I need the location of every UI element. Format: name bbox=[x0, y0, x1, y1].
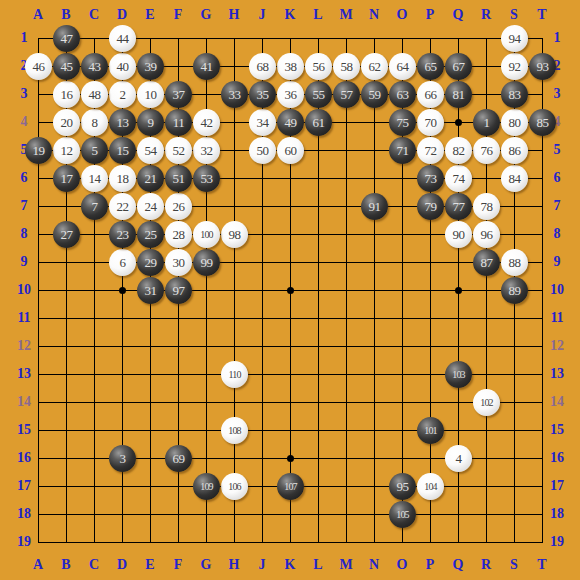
move-number: 55 bbox=[313, 88, 325, 101]
stone-white-24-E7: 24 bbox=[137, 193, 164, 220]
stone-white-64-O2: 64 bbox=[389, 53, 416, 80]
move-number: 45 bbox=[61, 60, 73, 73]
move-number: 69 bbox=[173, 452, 185, 465]
row-label-left-14: 14 bbox=[12, 395, 36, 409]
stone-white-96-R8: 96 bbox=[473, 221, 500, 248]
move-number: 58 bbox=[341, 60, 353, 73]
col-label-top-E: E bbox=[140, 8, 160, 22]
move-number: 74 bbox=[453, 172, 465, 185]
stone-white-92-S2: 92 bbox=[501, 53, 528, 80]
move-number: 103 bbox=[452, 370, 465, 380]
stone-white-28-F8: 28 bbox=[165, 221, 192, 248]
move-number: 16 bbox=[61, 88, 73, 101]
move-number: 18 bbox=[117, 172, 129, 185]
row-label-left-11: 11 bbox=[12, 311, 36, 325]
col-label-top-F: F bbox=[168, 8, 188, 22]
stone-white-42-G4: 42 bbox=[193, 109, 220, 136]
stone-black-33-H3: 33 bbox=[221, 81, 248, 108]
col-label-top-G: G bbox=[196, 8, 216, 22]
stone-white-30-F9: 30 bbox=[165, 249, 192, 276]
move-number: 19 bbox=[33, 144, 45, 157]
move-number: 77 bbox=[453, 200, 465, 213]
move-number: 61 bbox=[313, 116, 325, 129]
stone-white-76-R5: 76 bbox=[473, 137, 500, 164]
move-number: 81 bbox=[453, 88, 465, 101]
move-number: 7 bbox=[92, 200, 98, 213]
move-number: 70 bbox=[425, 116, 437, 129]
stone-black-5-C5: 5 bbox=[81, 137, 108, 164]
stone-black-73-P6: 73 bbox=[417, 165, 444, 192]
stone-white-72-P5: 72 bbox=[417, 137, 444, 164]
move-number: 24 bbox=[145, 200, 157, 213]
move-number: 59 bbox=[369, 88, 381, 101]
move-number: 31 bbox=[145, 284, 157, 297]
move-number: 108 bbox=[228, 426, 241, 436]
stone-white-84-S6: 84 bbox=[501, 165, 528, 192]
stone-black-97-F10: 97 bbox=[165, 277, 192, 304]
move-number: 43 bbox=[89, 60, 101, 73]
stone-black-65-P2: 65 bbox=[417, 53, 444, 80]
col-label-bottom-T: T bbox=[532, 558, 552, 572]
stone-white-104-P17: 104 bbox=[417, 473, 444, 500]
row-label-left-1: 1 bbox=[12, 31, 36, 45]
stone-black-87-R9: 87 bbox=[473, 249, 500, 276]
move-number: 68 bbox=[257, 60, 269, 73]
col-label-top-B: B bbox=[56, 8, 76, 22]
row-label-right-3: 3 bbox=[545, 87, 569, 101]
move-number: 99 bbox=[201, 256, 213, 269]
stone-black-21-E6: 21 bbox=[137, 165, 164, 192]
move-number: 105 bbox=[396, 510, 409, 520]
stone-black-45-B2: 45 bbox=[53, 53, 80, 80]
stone-black-79-P7: 79 bbox=[417, 193, 444, 220]
stone-white-8-C4: 8 bbox=[81, 109, 108, 136]
move-number: 38 bbox=[285, 60, 297, 73]
star-point bbox=[455, 287, 462, 294]
row-label-right-5: 5 bbox=[545, 143, 569, 157]
move-number: 102 bbox=[480, 398, 493, 408]
move-number: 29 bbox=[145, 256, 157, 269]
move-number: 54 bbox=[145, 144, 157, 157]
stone-black-101-P15: 101 bbox=[417, 417, 444, 444]
stone-black-75-O4: 75 bbox=[389, 109, 416, 136]
stone-black-27-B8: 27 bbox=[53, 221, 80, 248]
move-number: 44 bbox=[117, 32, 129, 45]
stone-white-78-R7: 78 bbox=[473, 193, 500, 220]
move-number: 78 bbox=[481, 200, 493, 213]
stone-white-108-H15: 108 bbox=[221, 417, 248, 444]
stone-white-100-G8: 100 bbox=[193, 221, 220, 248]
col-label-top-M: M bbox=[336, 8, 356, 22]
col-label-top-T: T bbox=[532, 8, 552, 22]
col-label-bottom-O: O bbox=[392, 558, 412, 572]
move-number: 76 bbox=[481, 144, 493, 157]
move-number: 86 bbox=[509, 144, 521, 157]
stone-white-22-D7: 22 bbox=[109, 193, 136, 220]
stone-black-57-M3: 57 bbox=[333, 81, 360, 108]
col-label-bottom-G: G bbox=[196, 558, 216, 572]
stone-white-60-K5: 60 bbox=[277, 137, 304, 164]
move-number: 30 bbox=[173, 256, 185, 269]
stone-white-98-H8: 98 bbox=[221, 221, 248, 248]
col-label-bottom-M: M bbox=[336, 558, 356, 572]
row-label-right-1: 1 bbox=[545, 31, 569, 45]
col-label-bottom-K: K bbox=[280, 558, 300, 572]
stone-black-7-C7: 7 bbox=[81, 193, 108, 220]
stone-black-17-B6: 17 bbox=[53, 165, 80, 192]
row-label-right-11: 11 bbox=[545, 311, 569, 325]
move-number: 50 bbox=[257, 144, 269, 157]
move-number: 35 bbox=[257, 88, 269, 101]
stone-white-2-D3: 2 bbox=[109, 81, 136, 108]
row-label-right-6: 6 bbox=[545, 171, 569, 185]
stone-white-62-N2: 62 bbox=[361, 53, 388, 80]
move-number: 34 bbox=[257, 116, 269, 129]
col-label-top-O: O bbox=[392, 8, 412, 22]
stone-black-9-E4: 9 bbox=[137, 109, 164, 136]
move-number: 72 bbox=[425, 144, 437, 157]
move-number: 26 bbox=[173, 200, 185, 213]
row-label-left-13: 13 bbox=[12, 367, 36, 381]
stone-black-107-K17: 107 bbox=[277, 473, 304, 500]
col-label-top-R: R bbox=[476, 8, 496, 22]
move-number: 13 bbox=[117, 116, 129, 129]
stone-black-67-Q2: 67 bbox=[445, 53, 472, 80]
col-label-bottom-H: H bbox=[224, 558, 244, 572]
move-number: 65 bbox=[425, 60, 437, 73]
stone-white-38-K2: 38 bbox=[277, 53, 304, 80]
move-number: 87 bbox=[481, 256, 493, 269]
move-number: 1 bbox=[484, 116, 490, 129]
move-number: 21 bbox=[145, 172, 157, 185]
move-number: 73 bbox=[425, 172, 437, 185]
move-number: 67 bbox=[453, 60, 465, 73]
stone-black-11-F4: 11 bbox=[165, 109, 192, 136]
row-label-left-10: 10 bbox=[12, 283, 36, 297]
stone-white-110-H13: 110 bbox=[221, 361, 248, 388]
row-label-right-7: 7 bbox=[545, 199, 569, 213]
stone-white-4-Q16: 4 bbox=[445, 445, 472, 472]
stone-white-20-B4: 20 bbox=[53, 109, 80, 136]
go-board-diagram: AABBCCDDEEFFGGHHJJKKLLMMNNOOPPQQRRSSTT11… bbox=[0, 0, 580, 580]
row-label-left-17: 17 bbox=[12, 479, 36, 493]
move-number: 28 bbox=[173, 228, 185, 241]
col-label-top-C: C bbox=[84, 8, 104, 22]
col-label-bottom-S: S bbox=[504, 558, 524, 572]
stone-white-44-D1: 44 bbox=[109, 25, 136, 52]
move-number: 64 bbox=[397, 60, 409, 73]
col-label-bottom-Q: Q bbox=[448, 558, 468, 572]
row-label-right-16: 16 bbox=[545, 451, 569, 465]
move-number: 9 bbox=[148, 116, 154, 129]
stone-black-19-A5: 19 bbox=[25, 137, 52, 164]
move-number: 104 bbox=[424, 482, 437, 492]
move-number: 80 bbox=[509, 116, 521, 129]
stone-black-3-D16: 3 bbox=[109, 445, 136, 472]
col-label-bottom-R: R bbox=[476, 558, 496, 572]
move-number: 107 bbox=[284, 482, 297, 492]
col-label-bottom-A: A bbox=[28, 558, 48, 572]
move-number: 96 bbox=[481, 228, 493, 241]
stone-white-14-C6: 14 bbox=[81, 165, 108, 192]
move-number: 36 bbox=[285, 88, 297, 101]
move-number: 22 bbox=[117, 200, 129, 213]
move-number: 66 bbox=[425, 88, 437, 101]
col-label-top-N: N bbox=[364, 8, 384, 22]
star-point bbox=[287, 455, 294, 462]
stone-black-105-O18: 105 bbox=[389, 501, 416, 528]
stone-black-43-C2: 43 bbox=[81, 53, 108, 80]
move-number: 75 bbox=[397, 116, 409, 129]
stone-black-35-J3: 35 bbox=[249, 81, 276, 108]
move-number: 49 bbox=[285, 116, 297, 129]
stone-white-86-S5: 86 bbox=[501, 137, 528, 164]
move-number: 85 bbox=[537, 116, 549, 129]
col-label-bottom-C: C bbox=[84, 558, 104, 572]
col-label-bottom-F: F bbox=[168, 558, 188, 572]
stone-white-80-S4: 80 bbox=[501, 109, 528, 136]
move-number: 12 bbox=[61, 144, 73, 157]
stone-black-29-E9: 29 bbox=[137, 249, 164, 276]
move-number: 71 bbox=[397, 144, 409, 157]
stone-black-31-E10: 31 bbox=[137, 277, 164, 304]
move-number: 11 bbox=[173, 116, 185, 129]
stone-black-37-F3: 37 bbox=[165, 81, 192, 108]
move-number: 94 bbox=[509, 32, 521, 45]
col-label-bottom-N: N bbox=[364, 558, 384, 572]
move-number: 62 bbox=[369, 60, 381, 73]
stone-black-47-B1: 47 bbox=[53, 25, 80, 52]
move-number: 14 bbox=[89, 172, 101, 185]
row-label-right-12: 12 bbox=[545, 339, 569, 353]
stone-white-6-D9: 6 bbox=[109, 249, 136, 276]
row-label-right-13: 13 bbox=[545, 367, 569, 381]
move-number: 53 bbox=[201, 172, 213, 185]
stone-black-41-G2: 41 bbox=[193, 53, 220, 80]
move-number: 42 bbox=[201, 116, 213, 129]
move-number: 52 bbox=[173, 144, 185, 157]
stone-black-61-L4: 61 bbox=[305, 109, 332, 136]
col-label-bottom-J: J bbox=[252, 558, 272, 572]
stone-black-39-E2: 39 bbox=[137, 53, 164, 80]
move-number: 33 bbox=[229, 88, 241, 101]
move-number: 23 bbox=[117, 228, 129, 241]
move-number: 95 bbox=[397, 480, 409, 493]
stone-black-91-N7: 91 bbox=[361, 193, 388, 220]
move-number: 93 bbox=[537, 60, 549, 73]
stone-white-56-L2: 56 bbox=[305, 53, 332, 80]
row-label-right-17: 17 bbox=[545, 479, 569, 493]
row-label-left-6: 6 bbox=[12, 171, 36, 185]
col-label-top-J: J bbox=[252, 8, 272, 22]
move-number: 17 bbox=[61, 172, 73, 185]
stone-white-70-P4: 70 bbox=[417, 109, 444, 136]
move-number: 2 bbox=[120, 88, 126, 101]
col-label-top-H: H bbox=[224, 8, 244, 22]
col-label-bottom-B: B bbox=[56, 558, 76, 572]
stone-black-99-G9: 99 bbox=[193, 249, 220, 276]
move-number: 91 bbox=[369, 200, 381, 213]
row-label-right-18: 18 bbox=[545, 507, 569, 521]
move-number: 56 bbox=[313, 60, 325, 73]
stone-black-103-Q13: 103 bbox=[445, 361, 472, 388]
move-number: 15 bbox=[117, 144, 129, 157]
row-label-left-7: 7 bbox=[12, 199, 36, 213]
move-number: 89 bbox=[509, 284, 521, 297]
col-label-top-A: A bbox=[28, 8, 48, 22]
stone-black-77-Q7: 77 bbox=[445, 193, 472, 220]
stone-white-88-S9: 88 bbox=[501, 249, 528, 276]
stone-black-59-N3: 59 bbox=[361, 81, 388, 108]
stone-black-25-E8: 25 bbox=[137, 221, 164, 248]
stone-black-89-S10: 89 bbox=[501, 277, 528, 304]
move-number: 82 bbox=[453, 144, 465, 157]
stone-black-63-O3: 63 bbox=[389, 81, 416, 108]
stone-white-94-S1: 94 bbox=[501, 25, 528, 52]
row-label-right-9: 9 bbox=[545, 255, 569, 269]
col-label-bottom-E: E bbox=[140, 558, 160, 572]
move-number: 4 bbox=[456, 452, 462, 465]
stone-white-68-J2: 68 bbox=[249, 53, 276, 80]
move-number: 83 bbox=[509, 88, 521, 101]
row-label-left-15: 15 bbox=[12, 423, 36, 437]
stone-white-106-H17: 106 bbox=[221, 473, 248, 500]
stone-white-74-Q6: 74 bbox=[445, 165, 472, 192]
stone-black-23-D8: 23 bbox=[109, 221, 136, 248]
stone-black-55-L3: 55 bbox=[305, 81, 332, 108]
row-label-left-3: 3 bbox=[12, 87, 36, 101]
stone-white-102-R14: 102 bbox=[473, 389, 500, 416]
row-label-right-15: 15 bbox=[545, 423, 569, 437]
row-label-left-9: 9 bbox=[12, 255, 36, 269]
move-number: 48 bbox=[89, 88, 101, 101]
move-number: 63 bbox=[397, 88, 409, 101]
move-number: 46 bbox=[33, 60, 45, 73]
move-number: 8 bbox=[92, 116, 98, 129]
move-number: 41 bbox=[201, 60, 213, 73]
stone-white-48-C3: 48 bbox=[81, 81, 108, 108]
move-number: 100 bbox=[200, 230, 213, 240]
col-label-bottom-P: P bbox=[420, 558, 440, 572]
move-number: 10 bbox=[145, 88, 157, 101]
stone-black-71-O5: 71 bbox=[389, 137, 416, 164]
stone-black-51-F6: 51 bbox=[165, 165, 192, 192]
move-number: 60 bbox=[285, 144, 297, 157]
move-number: 39 bbox=[145, 60, 157, 73]
move-number: 110 bbox=[228, 370, 240, 380]
move-number: 97 bbox=[173, 284, 185, 297]
stone-black-109-G17: 109 bbox=[193, 473, 220, 500]
stone-white-26-F7: 26 bbox=[165, 193, 192, 220]
stone-white-12-B5: 12 bbox=[53, 137, 80, 164]
stone-white-40-D2: 40 bbox=[109, 53, 136, 80]
move-number: 27 bbox=[61, 228, 73, 241]
star-point bbox=[287, 287, 294, 294]
stone-white-50-J5: 50 bbox=[249, 137, 276, 164]
stone-black-83-S3: 83 bbox=[501, 81, 528, 108]
move-number: 3 bbox=[120, 452, 126, 465]
move-number: 37 bbox=[173, 88, 185, 101]
move-number: 6 bbox=[120, 256, 126, 269]
row-label-right-10: 10 bbox=[545, 283, 569, 297]
stone-black-85-T4: 85 bbox=[529, 109, 556, 136]
stone-white-16-B3: 16 bbox=[53, 81, 80, 108]
stone-black-81-Q3: 81 bbox=[445, 81, 472, 108]
col-label-top-D: D bbox=[112, 8, 132, 22]
col-label-top-Q: Q bbox=[448, 8, 468, 22]
row-label-right-19: 19 bbox=[545, 535, 569, 549]
move-number: 109 bbox=[200, 482, 213, 492]
row-label-left-16: 16 bbox=[12, 451, 36, 465]
move-number: 25 bbox=[145, 228, 157, 241]
col-label-bottom-D: D bbox=[112, 558, 132, 572]
row-label-left-12: 12 bbox=[12, 339, 36, 353]
stone-white-46-A2: 46 bbox=[25, 53, 52, 80]
col-label-top-K: K bbox=[280, 8, 300, 22]
stone-white-36-K3: 36 bbox=[277, 81, 304, 108]
stone-black-49-K4: 49 bbox=[277, 109, 304, 136]
move-number: 51 bbox=[173, 172, 185, 185]
row-label-left-19: 19 bbox=[12, 535, 36, 549]
move-number: 47 bbox=[61, 32, 73, 45]
col-label-top-L: L bbox=[308, 8, 328, 22]
stone-white-90-Q8: 90 bbox=[445, 221, 472, 248]
stone-white-66-P3: 66 bbox=[417, 81, 444, 108]
stone-white-54-E5: 54 bbox=[137, 137, 164, 164]
stone-black-69-F16: 69 bbox=[165, 445, 192, 472]
row-label-left-18: 18 bbox=[12, 507, 36, 521]
move-number: 84 bbox=[509, 172, 521, 185]
move-number: 92 bbox=[509, 60, 521, 73]
col-label-top-S: S bbox=[504, 8, 524, 22]
move-number: 90 bbox=[453, 228, 465, 241]
move-number: 106 bbox=[228, 482, 241, 492]
go-board[interactable]: AABBCCDDEEFFGGHHJJKKLLMMNNOOPPQQRRSSTT11… bbox=[0, 0, 580, 580]
move-number: 5 bbox=[92, 144, 98, 157]
star-point bbox=[455, 119, 462, 126]
stone-white-10-E3: 10 bbox=[137, 81, 164, 108]
stone-black-1-R4: 1 bbox=[473, 109, 500, 136]
stone-black-53-G6: 53 bbox=[193, 165, 220, 192]
row-label-right-14: 14 bbox=[545, 395, 569, 409]
col-label-top-P: P bbox=[420, 8, 440, 22]
row-label-left-8: 8 bbox=[12, 227, 36, 241]
move-number: 101 bbox=[424, 426, 437, 436]
stone-black-93-T2: 93 bbox=[529, 53, 556, 80]
stone-white-82-Q5: 82 bbox=[445, 137, 472, 164]
stone-white-52-F5: 52 bbox=[165, 137, 192, 164]
stone-white-32-G5: 32 bbox=[193, 137, 220, 164]
stone-black-15-D5: 15 bbox=[109, 137, 136, 164]
move-number: 79 bbox=[425, 200, 437, 213]
star-point bbox=[119, 287, 126, 294]
move-number: 40 bbox=[117, 60, 129, 73]
move-number: 98 bbox=[229, 228, 241, 241]
stone-white-34-J4: 34 bbox=[249, 109, 276, 136]
stone-black-95-O17: 95 bbox=[389, 473, 416, 500]
stone-black-13-D4: 13 bbox=[109, 109, 136, 136]
row-label-left-4: 4 bbox=[12, 115, 36, 129]
move-number: 88 bbox=[509, 256, 521, 269]
stone-white-58-M2: 58 bbox=[333, 53, 360, 80]
row-label-right-8: 8 bbox=[545, 227, 569, 241]
move-number: 32 bbox=[201, 144, 213, 157]
col-label-bottom-L: L bbox=[308, 558, 328, 572]
move-number: 57 bbox=[341, 88, 353, 101]
stone-white-18-D6: 18 bbox=[109, 165, 136, 192]
move-number: 20 bbox=[61, 116, 73, 129]
